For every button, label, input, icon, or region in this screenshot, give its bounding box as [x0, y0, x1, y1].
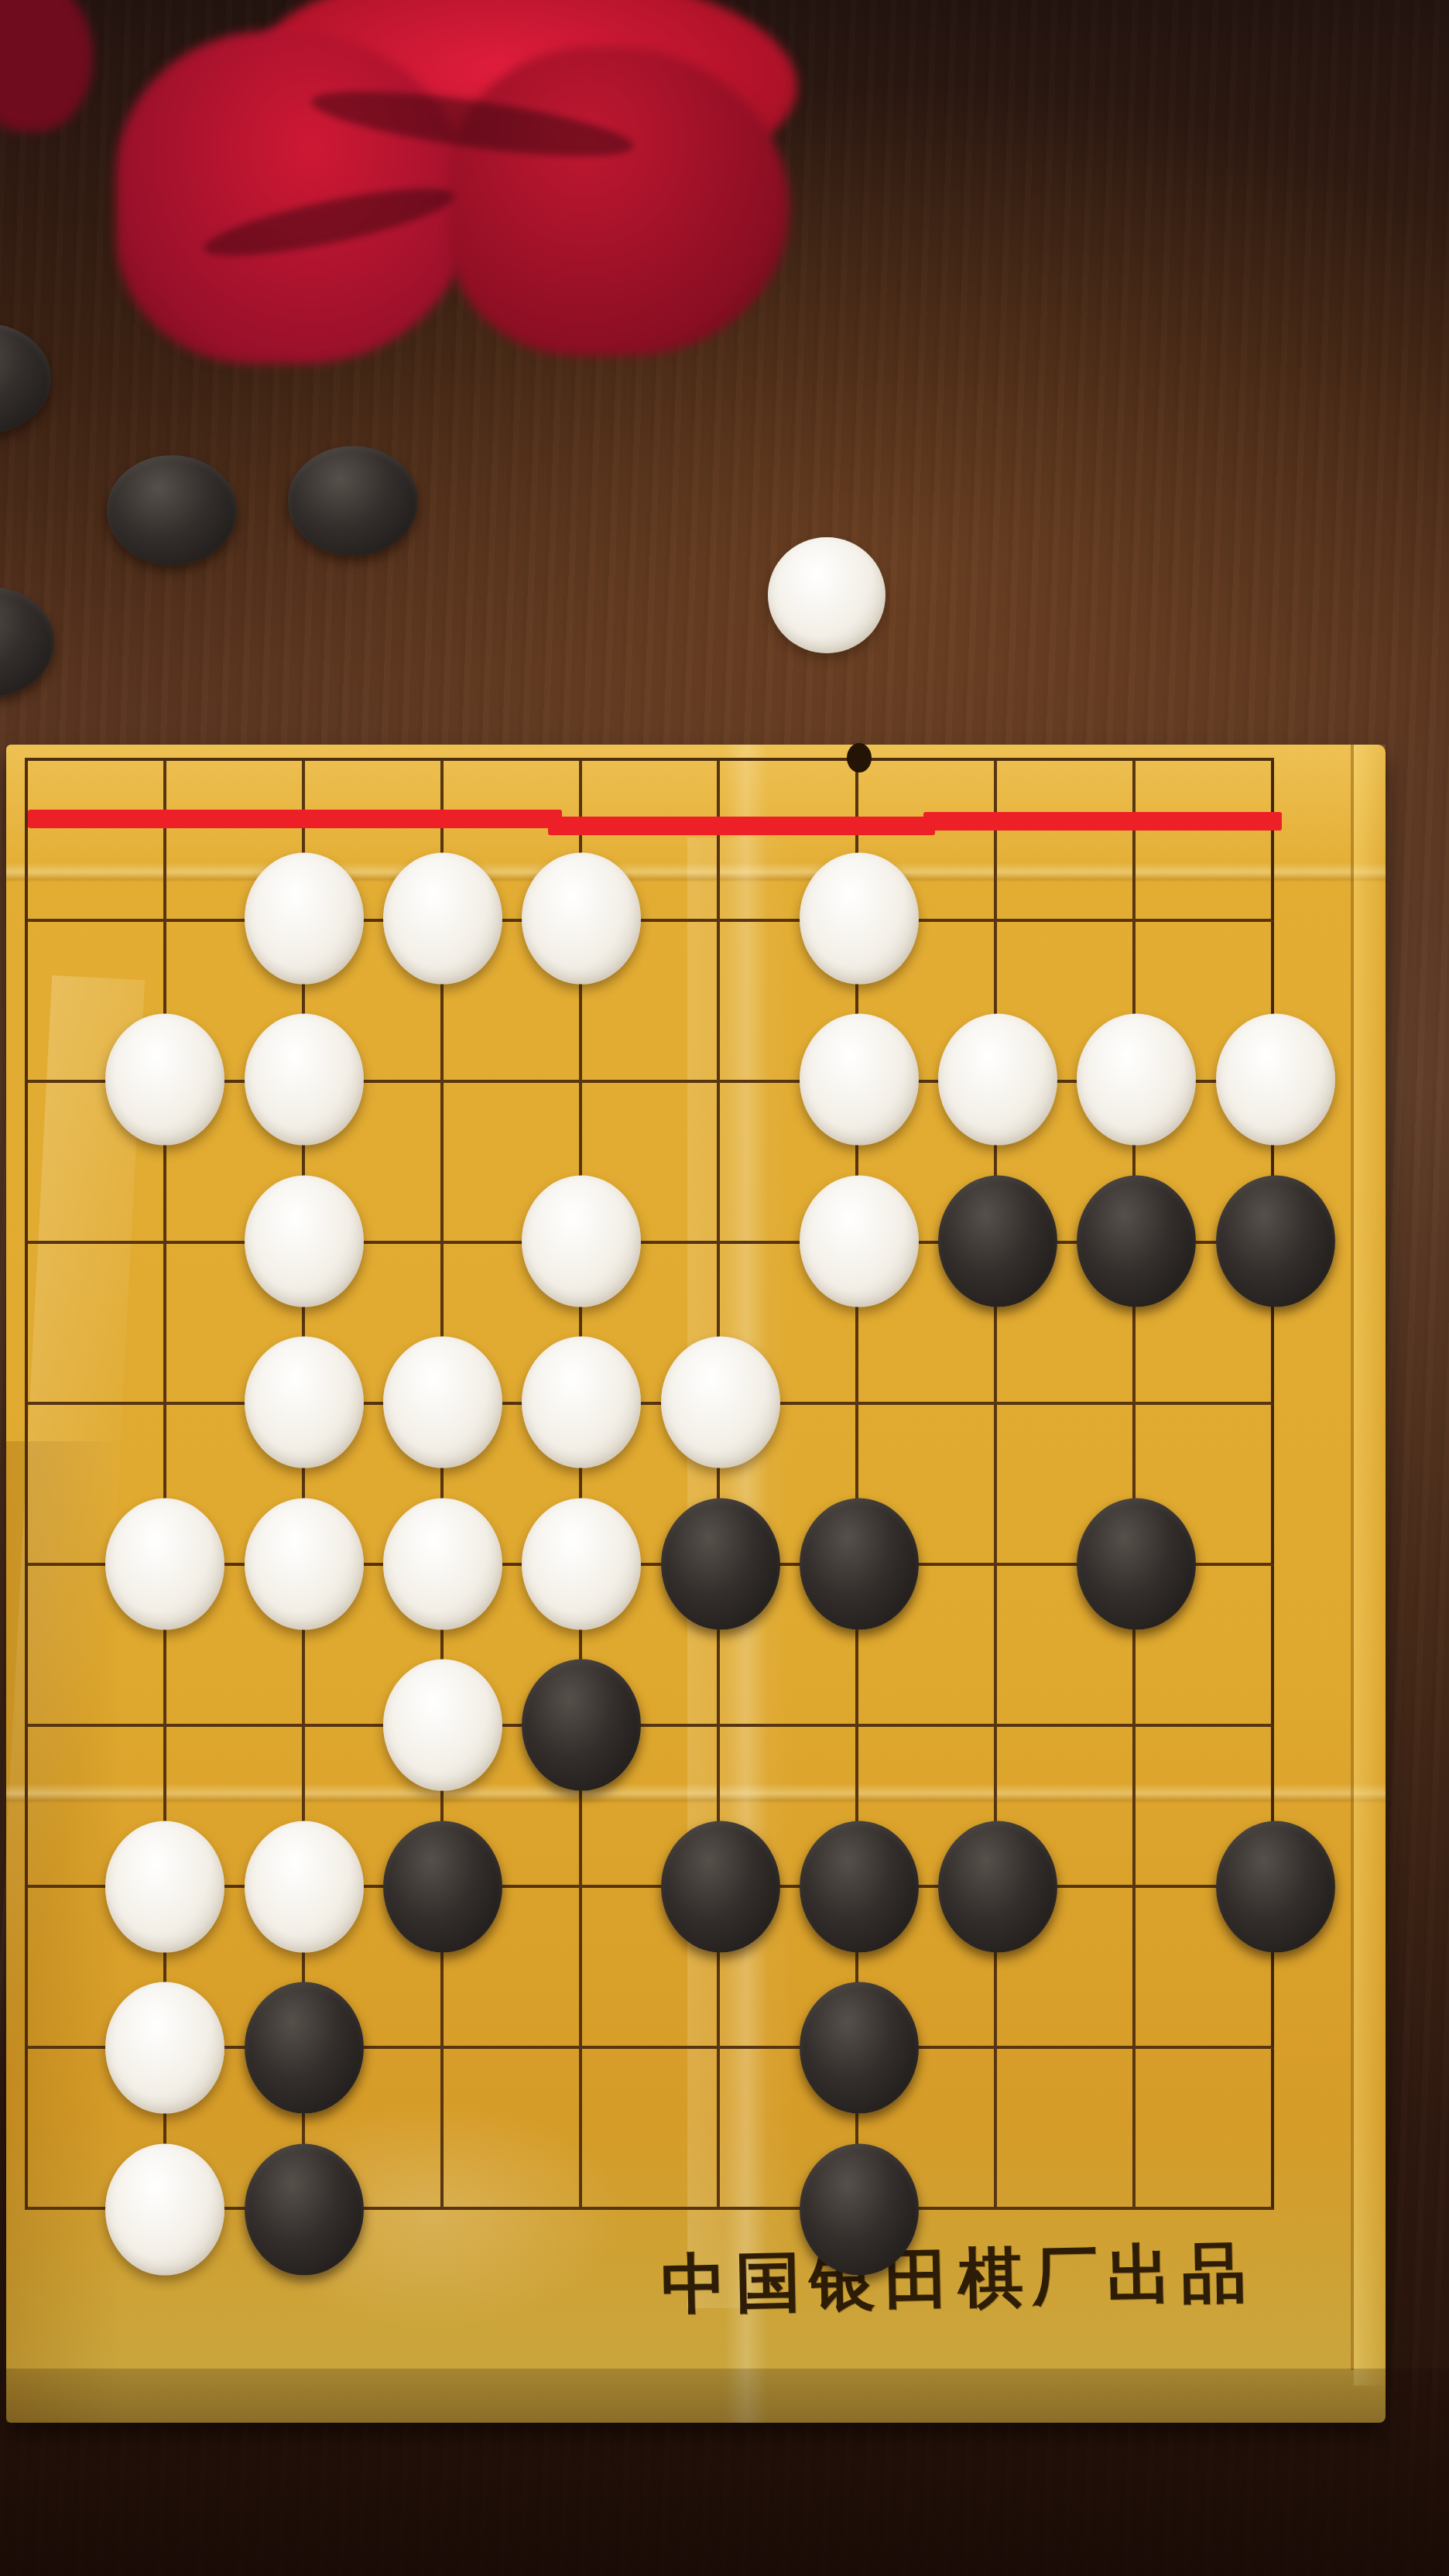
stone-black[interactable] — [1216, 1821, 1335, 1952]
stone-black[interactable] — [661, 1498, 780, 1629]
stone-white[interactable] — [1077, 1014, 1196, 1146]
off-board-stone-white[interactable] — [768, 537, 885, 653]
grid-cell — [582, 2049, 721, 2210]
stone-white[interactable] — [245, 1014, 364, 1146]
stone-white[interactable] — [105, 1498, 224, 1629]
stone-black[interactable] — [1216, 1175, 1335, 1307]
stone-white[interactable] — [383, 1498, 502, 1629]
stone-white[interactable] — [938, 1014, 1057, 1146]
stone-white[interactable] — [522, 1498, 641, 1629]
stone-black[interactable] — [938, 1175, 1057, 1307]
stone-white[interactable] — [522, 1337, 641, 1468]
stone-white[interactable] — [245, 1337, 364, 1468]
stone-white[interactable] — [245, 1821, 364, 1952]
stone-white[interactable] — [1216, 1014, 1335, 1146]
stone-white[interactable] — [245, 1498, 364, 1629]
stone-white[interactable] — [522, 852, 641, 984]
stone-black[interactable] — [383, 1821, 502, 1952]
stone-white[interactable] — [105, 2143, 224, 2275]
stone-white[interactable] — [245, 852, 364, 984]
grid-cell — [28, 761, 166, 922]
stone-white[interactable] — [245, 1175, 364, 1307]
red-line-segment — [548, 817, 935, 835]
table-shadow-bottom — [0, 2369, 1449, 2576]
grid-cell — [997, 761, 1136, 922]
red-line-segment — [923, 812, 1282, 831]
stone-black[interactable] — [1077, 1175, 1196, 1307]
stone-black[interactable] — [1077, 1498, 1196, 1629]
grid-cell — [28, 1244, 166, 1405]
stone-white[interactable] — [383, 1337, 502, 1468]
stone-white[interactable] — [661, 1337, 780, 1468]
mat-folded-edge — [1354, 745, 1386, 2386]
stone-black[interactable] — [245, 2143, 364, 2275]
stone-white[interactable] — [522, 1175, 641, 1307]
stone-black[interactable] — [800, 1982, 919, 2114]
stone-black[interactable] — [800, 1821, 919, 1952]
off-board-stone-black[interactable] — [288, 446, 418, 556]
stone-black[interactable] — [800, 1498, 919, 1629]
grid-cell — [444, 2049, 582, 2210]
stone-white[interactable] — [383, 1660, 502, 1791]
stone-black[interactable] — [245, 1982, 364, 2114]
stone-white[interactable] — [800, 852, 919, 984]
grid-cell — [997, 2049, 1136, 2210]
stone-white[interactable] — [105, 1821, 224, 1952]
go-grid-10x10[interactable] — [25, 758, 1274, 2210]
stone-black[interactable] — [522, 1660, 641, 1791]
stone-white[interactable] — [800, 1175, 919, 1307]
stone-black[interactable] — [800, 2143, 919, 2275]
stone-white[interactable] — [105, 1014, 224, 1146]
stone-white[interactable] — [800, 1014, 919, 1146]
stone-white[interactable] — [105, 1982, 224, 2114]
go-board-mat[interactable]: 中国银田棋厂出品 — [6, 745, 1386, 2423]
grid-cell — [1136, 761, 1274, 922]
edge-dot-marker — [847, 743, 872, 772]
stone-black[interactable] — [661, 1821, 780, 1952]
stone-black[interactable] — [938, 1821, 1057, 1952]
grid-cell — [1136, 2049, 1274, 2210]
stone-white[interactable] — [383, 852, 502, 984]
off-board-stone-black[interactable] — [107, 455, 237, 565]
manufacturer-text: 中国银田棋厂出品 — [660, 2228, 1281, 2330]
red-line-segment — [28, 810, 562, 828]
